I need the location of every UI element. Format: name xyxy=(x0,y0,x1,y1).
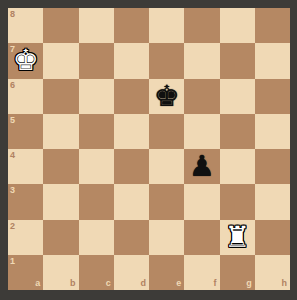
square-e6[interactable]: ♚ xyxy=(149,79,184,114)
square-a4[interactable]: 4 xyxy=(8,149,43,184)
square-d3[interactable] xyxy=(114,184,149,219)
square-h2[interactable] xyxy=(255,220,290,255)
square-f3[interactable] xyxy=(184,184,219,219)
square-h1[interactable]: h xyxy=(255,255,290,290)
square-c2[interactable] xyxy=(79,220,114,255)
square-g1[interactable]: g xyxy=(220,255,255,290)
rank-label-6: 6 xyxy=(10,81,15,90)
square-b4[interactable] xyxy=(43,149,78,184)
square-a7[interactable]: 7♚ xyxy=(8,43,43,78)
rank-label-1: 1 xyxy=(10,257,15,266)
square-a1[interactable]: 1a xyxy=(8,255,43,290)
square-d8[interactable] xyxy=(114,8,149,43)
file-label-b: b xyxy=(70,279,76,288)
square-f4[interactable]: ♟ xyxy=(184,149,219,184)
file-label-a: a xyxy=(35,279,40,288)
square-a5[interactable]: 5 xyxy=(8,114,43,149)
square-e5[interactable] xyxy=(149,114,184,149)
file-label-d: d xyxy=(141,279,147,288)
square-h7[interactable] xyxy=(255,43,290,78)
rank-label-5: 5 xyxy=(10,116,15,125)
square-c4[interactable] xyxy=(79,149,114,184)
square-e8[interactable] xyxy=(149,8,184,43)
square-g2[interactable]: ♜ xyxy=(220,220,255,255)
rank-label-7: 7 xyxy=(10,45,15,54)
square-g7[interactable] xyxy=(220,43,255,78)
square-e7[interactable] xyxy=(149,43,184,78)
square-d6[interactable] xyxy=(114,79,149,114)
square-g4[interactable] xyxy=(220,149,255,184)
square-b8[interactable] xyxy=(43,8,78,43)
square-a3[interactable]: 3 xyxy=(8,184,43,219)
rank-label-4: 4 xyxy=(10,151,15,160)
square-b3[interactable] xyxy=(43,184,78,219)
square-g6[interactable] xyxy=(220,79,255,114)
square-c6[interactable] xyxy=(79,79,114,114)
square-h4[interactable] xyxy=(255,149,290,184)
square-a8[interactable]: 8 xyxy=(8,8,43,43)
square-e3[interactable] xyxy=(149,184,184,219)
square-b1[interactable]: b xyxy=(43,255,78,290)
square-h3[interactable] xyxy=(255,184,290,219)
file-label-e: e xyxy=(176,279,181,288)
file-label-g: g xyxy=(246,279,252,288)
square-b5[interactable] xyxy=(43,114,78,149)
square-d1[interactable]: d xyxy=(114,255,149,290)
square-h5[interactable] xyxy=(255,114,290,149)
rank-label-2: 2 xyxy=(10,222,15,231)
square-f1[interactable]: f xyxy=(184,255,219,290)
square-f6[interactable] xyxy=(184,79,219,114)
square-f2[interactable] xyxy=(184,220,219,255)
square-b6[interactable] xyxy=(43,79,78,114)
square-d4[interactable] xyxy=(114,149,149,184)
square-e1[interactable]: e xyxy=(149,255,184,290)
piece-white-king[interactable]: ♚ xyxy=(13,46,39,75)
square-h6[interactable] xyxy=(255,79,290,114)
square-f5[interactable] xyxy=(184,114,219,149)
square-g3[interactable] xyxy=(220,184,255,219)
page-background: 87♚6♚54♟32♜1abcdefgh xyxy=(0,0,297,300)
square-f7[interactable] xyxy=(184,43,219,78)
file-label-c: c xyxy=(106,279,111,288)
piece-black-pawn[interactable]: ♟ xyxy=(189,152,215,181)
square-c7[interactable] xyxy=(79,43,114,78)
square-e4[interactable] xyxy=(149,149,184,184)
square-g5[interactable] xyxy=(220,114,255,149)
square-a2[interactable]: 2 xyxy=(8,220,43,255)
square-f8[interactable] xyxy=(184,8,219,43)
file-label-h: h xyxy=(282,279,288,288)
rank-label-8: 8 xyxy=(10,10,15,19)
square-g8[interactable] xyxy=(220,8,255,43)
square-e2[interactable] xyxy=(149,220,184,255)
square-d5[interactable] xyxy=(114,114,149,149)
piece-white-rook[interactable]: ♜ xyxy=(224,223,250,252)
square-c3[interactable] xyxy=(79,184,114,219)
square-c1[interactable]: c xyxy=(79,255,114,290)
square-h8[interactable] xyxy=(255,8,290,43)
square-b2[interactable] xyxy=(43,220,78,255)
square-a6[interactable]: 6 xyxy=(8,79,43,114)
chess-board: 87♚6♚54♟32♜1abcdefgh xyxy=(8,8,290,290)
square-d2[interactable] xyxy=(114,220,149,255)
file-label-f: f xyxy=(214,279,217,288)
square-b7[interactable] xyxy=(43,43,78,78)
square-d7[interactable] xyxy=(114,43,149,78)
rank-label-3: 3 xyxy=(10,186,15,195)
square-c5[interactable] xyxy=(79,114,114,149)
square-c8[interactable] xyxy=(79,8,114,43)
piece-black-king[interactable]: ♚ xyxy=(154,82,180,111)
